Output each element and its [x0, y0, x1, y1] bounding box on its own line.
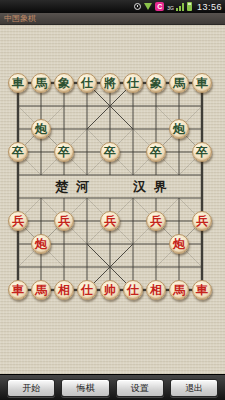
- river-label-right: 汉界: [133, 175, 175, 198]
- piece-black-車[interactable]: 車: [192, 73, 212, 93]
- piece-black-馬[interactable]: 馬: [31, 73, 51, 93]
- piece-red-帅[interactable]: 帅: [100, 280, 120, 300]
- piece-red-相[interactable]: 相: [54, 280, 74, 300]
- c-badge: C: [155, 2, 164, 11]
- piece-red-仕[interactable]: 仕: [77, 280, 97, 300]
- piece-red-兵[interactable]: 兵: [146, 211, 166, 231]
- piece-black-仕[interactable]: 仕: [123, 73, 143, 93]
- alarm-icon: [134, 3, 141, 10]
- piece-black-象[interactable]: 象: [146, 73, 166, 93]
- app-screen: C 3G 13:56 中国象棋 楚河 汉界 車馬象仕將仕象馬車炮炮卒卒卒卒卒兵兵…: [0, 0, 225, 400]
- river-label-left: 楚河: [55, 175, 97, 198]
- piece-red-兵[interactable]: 兵: [54, 211, 74, 231]
- title-bar: 中国象棋: [0, 13, 225, 25]
- network-label: 3G: [167, 6, 174, 11]
- signal-triangle-icon: [144, 3, 152, 10]
- status-bar: C 3G 13:56: [0, 0, 225, 13]
- network-bars-icon: 3G: [167, 3, 184, 11]
- app-title: 中国象棋: [4, 14, 36, 23]
- bottom-toolbar: 开始 悔棋 设置 退出: [0, 374, 225, 400]
- xiangqi-board[interactable]: 楚河 汉界 車馬象仕將仕象馬車炮炮卒卒卒卒卒兵兵兵兵兵炮炮車馬相仕帅仕相馬車: [18, 83, 202, 290]
- piece-black-馬[interactable]: 馬: [169, 73, 189, 93]
- undo-button[interactable]: 悔棋: [61, 379, 109, 397]
- piece-black-炮[interactable]: 炮: [169, 119, 189, 139]
- piece-red-馬[interactable]: 馬: [31, 280, 51, 300]
- game-background: 楚河 汉界 車馬象仕將仕象馬車炮炮卒卒卒卒卒兵兵兵兵兵炮炮車馬相仕帅仕相馬車: [0, 25, 225, 374]
- exit-button[interactable]: 退出: [170, 379, 218, 397]
- piece-red-車[interactable]: 車: [192, 280, 212, 300]
- piece-red-炮[interactable]: 炮: [31, 234, 51, 254]
- piece-black-仕[interactable]: 仕: [77, 73, 97, 93]
- piece-red-兵[interactable]: 兵: [8, 211, 28, 231]
- piece-red-馬[interactable]: 馬: [169, 280, 189, 300]
- settings-button[interactable]: 设置: [116, 379, 164, 397]
- piece-black-卒[interactable]: 卒: [192, 142, 212, 162]
- piece-black-將[interactable]: 將: [100, 73, 120, 93]
- piece-red-車[interactable]: 車: [8, 280, 28, 300]
- piece-red-相[interactable]: 相: [146, 280, 166, 300]
- piece-black-象[interactable]: 象: [54, 73, 74, 93]
- start-button[interactable]: 开始: [7, 379, 55, 397]
- clock-time: 13:56: [197, 2, 222, 12]
- piece-black-卒[interactable]: 卒: [146, 142, 166, 162]
- piece-black-卒[interactable]: 卒: [54, 142, 74, 162]
- piece-black-炮[interactable]: 炮: [31, 119, 51, 139]
- piece-black-卒[interactable]: 卒: [8, 142, 28, 162]
- piece-red-炮[interactable]: 炮: [169, 234, 189, 254]
- piece-red-兵[interactable]: 兵: [192, 211, 212, 231]
- piece-black-車[interactable]: 車: [8, 73, 28, 93]
- piece-red-兵[interactable]: 兵: [100, 211, 120, 231]
- battery-icon: [187, 2, 192, 11]
- piece-black-卒[interactable]: 卒: [100, 142, 120, 162]
- piece-red-仕[interactable]: 仕: [123, 280, 143, 300]
